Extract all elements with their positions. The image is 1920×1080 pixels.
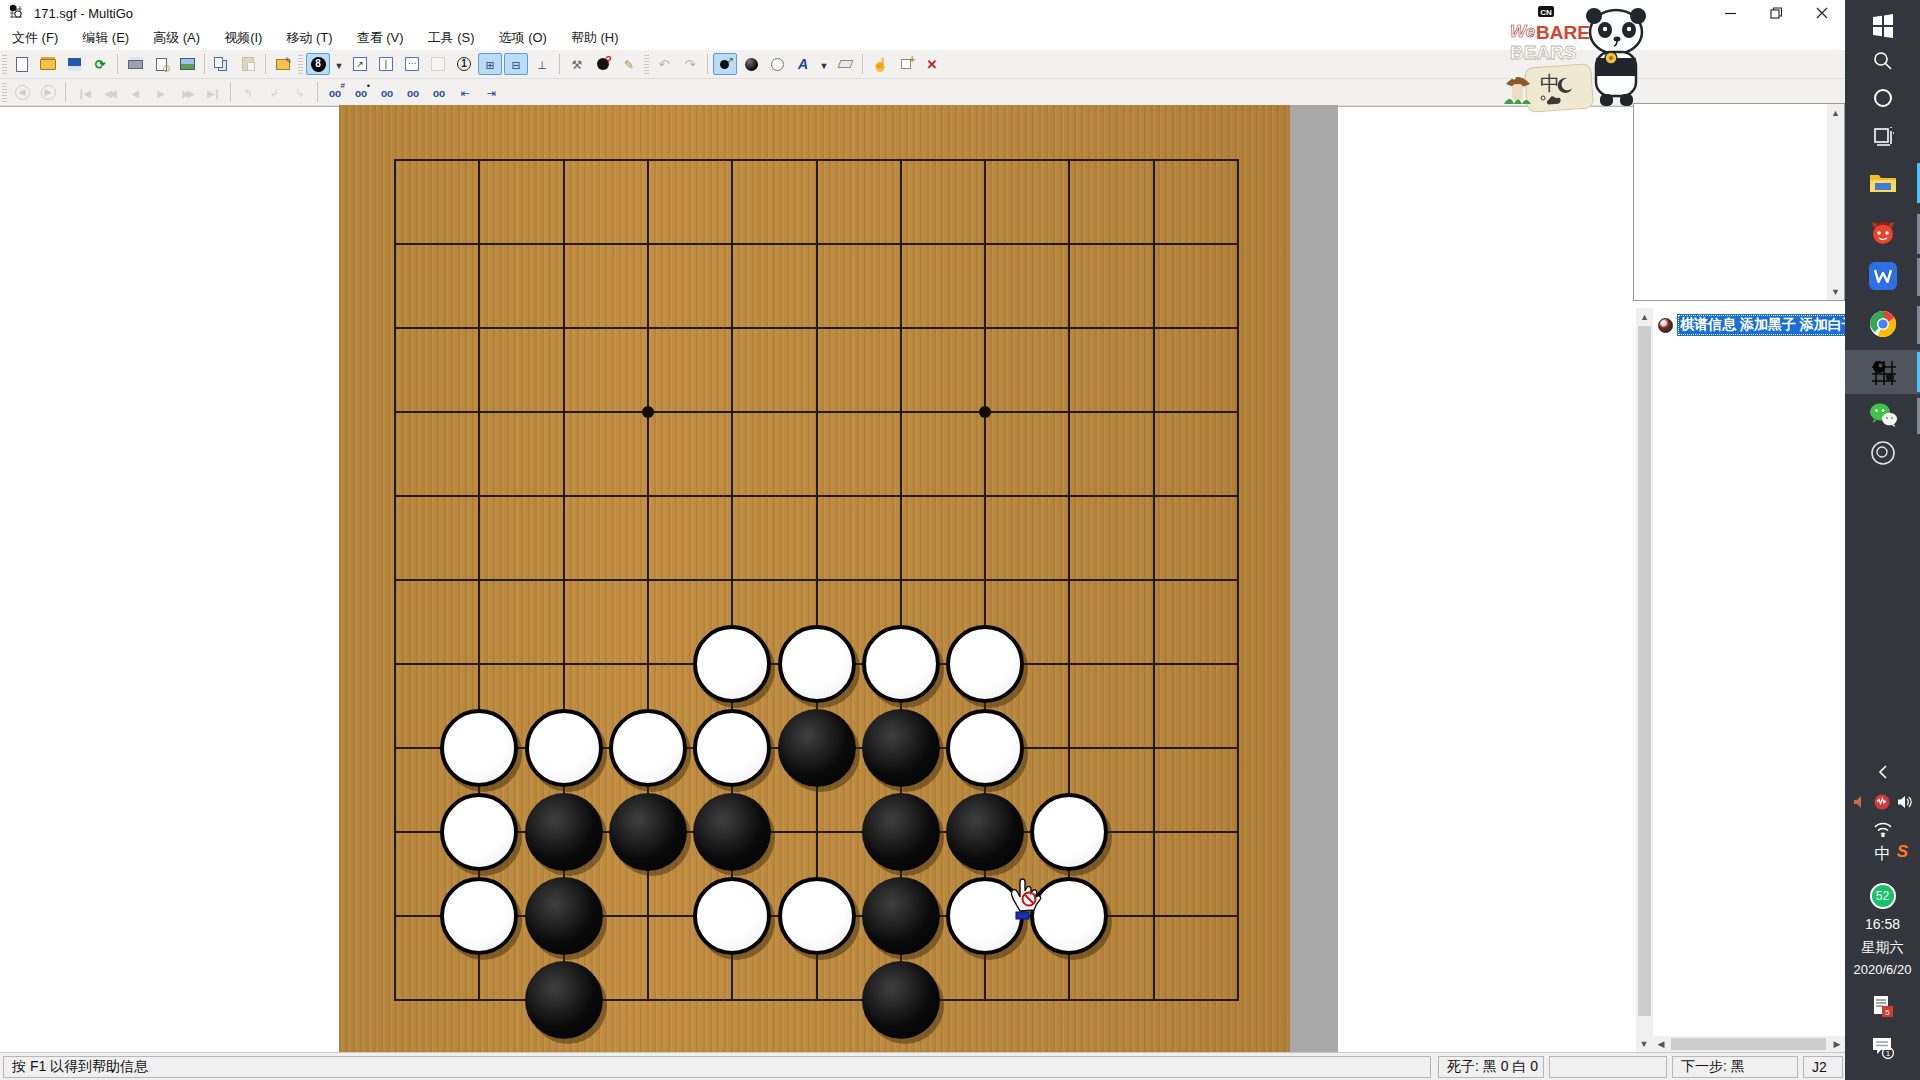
start-button[interactable]: [1845, 10, 1920, 42]
board-grid-line: [394, 999, 1239, 1001]
window-title: 171.sgf - MultiGo: [34, 6, 133, 21]
scroll-up-icon[interactable]: ▲: [1827, 104, 1844, 121]
black-stone[interactable]: [693, 793, 771, 871]
black-stone[interactable]: [525, 877, 603, 955]
menu-item-7[interactable]: 选项 (O): [487, 26, 559, 50]
white-stone[interactable]: [1030, 793, 1108, 871]
black-stone[interactable]: [609, 793, 687, 871]
redo-button[interactable]: ↷: [678, 53, 702, 75]
status-captures: 死子: 黑 0 白 0: [1438, 1056, 1544, 1078]
label-tool[interactable]: A: [791, 53, 815, 75]
star-point: [642, 406, 654, 418]
tray-audio-icons[interactable]: [1845, 790, 1920, 814]
red-speaker-icon: [1853, 795, 1867, 809]
scroll-down-icon[interactable]: ▼: [1636, 1036, 1652, 1052]
menu-item-5[interactable]: 查看 (V): [345, 26, 416, 50]
white-stone[interactable]: [693, 877, 771, 955]
sticker-bare-text: BARE: [1536, 22, 1590, 43]
white-stone[interactable]: [525, 709, 603, 787]
multigo-app-icon: [8, 4, 26, 22]
menu-item-0[interactable]: 文件 (F): [0, 26, 70, 50]
comment-pane[interactable]: ▲ ▼: [1633, 103, 1845, 301]
bare-bears-sticker: CN We BARE BEARS 中: [1498, 6, 1650, 118]
white-stone[interactable]: [440, 793, 518, 871]
close-button[interactable]: [1799, 0, 1845, 26]
white-stone[interactable]: [609, 709, 687, 787]
sticker-we-text: We: [1510, 22, 1535, 41]
add-node-button[interactable]: +: [894, 53, 918, 75]
board-grid-line: [984, 159, 986, 1001]
mouse-cursor-no-drop: [1002, 874, 1048, 926]
black-stone[interactable]: [862, 961, 940, 1039]
pan-tool[interactable]: ☝: [868, 53, 892, 75]
board-edge-shadow: [1290, 105, 1338, 1052]
node-dots-toggle[interactable]: ⋯: [400, 53, 424, 75]
toolbar-separator: [230, 82, 231, 102]
obs-icon[interactable]: [1845, 436, 1920, 470]
toolbar-separator: [298, 54, 303, 74]
white-stone[interactable]: [440, 709, 518, 787]
black-stone[interactable]: [862, 793, 940, 871]
multigo-taskbar-icon[interactable]: [1845, 354, 1920, 390]
tree-hscrollbar[interactable]: ▼ ◀ ▶: [1636, 1036, 1845, 1052]
wifi-icon[interactable]: [1845, 818, 1920, 840]
chat-badge-count: 1: [1885, 1049, 1890, 1058]
tree-org-toggle[interactable]: ⊥: [530, 53, 554, 75]
find-prev-button[interactable]: oo: [401, 81, 425, 103]
one-variation-button[interactable]: 1: [452, 53, 476, 75]
selected-node-label[interactable]: 棋谱信息 添加黑子 添加白子: [1677, 314, 1845, 336]
board-grid-line: [900, 159, 902, 1001]
prev-move-button[interactable]: ◀: [123, 81, 147, 103]
white-stone[interactable]: [693, 625, 771, 703]
status-coordinate: J2: [1803, 1056, 1843, 1078]
new-file-button[interactable]: [10, 53, 34, 75]
move-number-caret[interactable]: ▼: [332, 53, 346, 75]
board-grid-line: [394, 831, 1239, 833]
add-white-tool[interactable]: [765, 53, 789, 75]
minimize-button[interactable]: [1707, 0, 1753, 26]
comment-scrollbar[interactable]: ▲ ▼: [1827, 104, 1844, 300]
like-count-badge[interactable]: 52: [1845, 882, 1920, 910]
toolbar-separator: [862, 54, 863, 74]
black-stone[interactable]: [778, 709, 856, 787]
find-point-button[interactable]: oo•: [349, 81, 373, 103]
find-comment-button[interactable]: oo: [375, 81, 399, 103]
prev-variation-button[interactable]: ↲: [262, 81, 286, 103]
white-stone[interactable]: [946, 709, 1024, 787]
restore-button[interactable]: [1753, 0, 1799, 26]
white-stone[interactable]: [946, 625, 1024, 703]
toolbar-grip: [2, 54, 7, 74]
print-preview-button[interactable]: [149, 53, 173, 75]
status-help: 按 F1 以得到帮助信息: [3, 1056, 1431, 1078]
menu-item-2[interactable]: 高级 (A): [141, 26, 212, 50]
history-forward-button[interactable]: ▶: [36, 81, 60, 103]
menu-item-8[interactable]: 帮助 (H): [559, 26, 631, 50]
cn-logo-text: CN: [1540, 8, 1552, 17]
toolbar-separator: [117, 54, 118, 74]
white-stone[interactable]: [862, 625, 940, 703]
menu-item-1[interactable]: 编辑 (E): [70, 26, 141, 50]
empty-toggle[interactable]: [426, 53, 450, 75]
toolbar-grip: [2, 82, 7, 102]
file-explorer-icon[interactable]: [1845, 166, 1920, 200]
black-stone[interactable]: [525, 961, 603, 1039]
eraser-tool[interactable]: [833, 53, 857, 75]
search-icon[interactable]: [1845, 46, 1920, 76]
move-number-mode-button[interactable]: 8: [306, 53, 330, 75]
prev-marker-button[interactable]: ⇤: [453, 81, 477, 103]
menu-item-3[interactable]: 视频(I): [212, 26, 274, 50]
guess-mode-button[interactable]: ?: [591, 53, 615, 75]
black-stone[interactable]: [946, 793, 1024, 871]
menu-item-4[interactable]: 移动 (T): [274, 26, 344, 50]
variation-bar-toggle[interactable]: ❘: [374, 53, 398, 75]
sogou-input-icon[interactable]: S: [1845, 840, 1920, 864]
open-file-button[interactable]: [36, 53, 60, 75]
clock-time[interactable]: 16:58: [1845, 916, 1920, 932]
undo-button[interactable]: ↶: [652, 53, 676, 75]
go-board[interactable]: [339, 105, 1290, 1052]
action-center-icon[interactable]: 1: [1845, 1032, 1920, 1062]
black-stone[interactable]: [525, 793, 603, 871]
fast-back-button[interactable]: ◀◀: [97, 81, 121, 103]
fox-app-icon[interactable]: [1845, 216, 1920, 250]
tree-root-node[interactable]: 棋谱信息 添加黑子 添加白子: [1656, 314, 1845, 336]
task-view-icon[interactable]: [1845, 120, 1920, 154]
voice-record-icon: [1874, 794, 1890, 810]
toolbar-separator: [265, 54, 266, 74]
next-marker-button[interactable]: ⇥: [479, 81, 503, 103]
find-next-button[interactable]: oo: [427, 81, 451, 103]
fast-forward-button[interactable]: ▶▶: [175, 81, 199, 103]
play-move-tool[interactable]: ↗: [713, 53, 737, 75]
status-next-move: 下一步: 黑: [1672, 1056, 1798, 1078]
paint-button[interactable]: ✎: [617, 53, 641, 75]
export-image-button[interactable]: [175, 53, 199, 75]
scroll-right-icon[interactable]: ▶: [1829, 1036, 1845, 1052]
scroll-left-icon[interactable]: ◀: [1653, 1036, 1669, 1052]
add-black-tool[interactable]: [739, 53, 763, 75]
next-move-button[interactable]: ▶: [149, 81, 173, 103]
game-info-button[interactable]: ✎: [271, 53, 295, 75]
white-stone[interactable]: [778, 625, 856, 703]
star-point: [979, 406, 991, 418]
board-grid-line: [1068, 159, 1070, 1001]
tree-vscrollbar[interactable]: ▲: [1636, 308, 1653, 1036]
speaker-icon: [1897, 794, 1913, 810]
copy-button[interactable]: [210, 53, 234, 75]
board-grid-line: [394, 579, 1239, 581]
clock-date[interactable]: 2020/6/20: [1845, 962, 1920, 977]
status-bar: 按 F1 以得到帮助信息 死子: 黑 0 白 0 下一步: 黑 J2: [0, 1052, 1845, 1080]
paste-button[interactable]: [236, 53, 260, 75]
sticker-bears-text: BEARS: [1510, 42, 1577, 63]
up-variation-button[interactable]: ↰: [236, 81, 260, 103]
find-move-number-button[interactable]: oo#: [323, 81, 347, 103]
toolbar-separator: [559, 54, 560, 74]
scroll-up-icon[interactable]: ▲: [1636, 308, 1653, 325]
tree-compact-toggle[interactable]: ⊟: [504, 53, 528, 75]
tree-split-toggle[interactable]: ⊞: [478, 53, 502, 75]
tray-expand-chevron-icon[interactable]: [1845, 760, 1920, 784]
chrome-icon[interactable]: [1845, 308, 1920, 340]
delete-node-button[interactable]: ✕: [920, 53, 944, 75]
reload-button[interactable]: ⟳: [88, 53, 112, 75]
scroll-down-icon[interactable]: ▼: [1827, 283, 1844, 300]
doc-badge-count: 5: [1885, 1008, 1890, 1017]
toolbar-separator: [317, 82, 318, 102]
last-move-button[interactable]: ▶❙: [201, 81, 225, 103]
document-notification-icon[interactable]: 5: [1845, 992, 1920, 1020]
toolbar-separator: [707, 54, 708, 74]
banner-char: 中: [1540, 72, 1560, 94]
board-grid-line: [1153, 159, 1155, 1001]
wechat-icon[interactable]: [1845, 398, 1920, 432]
root-node-icon: [1658, 318, 1673, 333]
cortana-icon[interactable]: [1845, 82, 1920, 114]
white-stone[interactable]: [778, 877, 856, 955]
first-move-button[interactable]: ❙◀: [71, 81, 95, 103]
print-button[interactable]: [123, 53, 147, 75]
menu-item-6[interactable]: 工具 (S): [416, 26, 487, 50]
history-back-button[interactable]: ◀: [10, 81, 34, 103]
clock-weekday[interactable]: 星期六: [1845, 939, 1920, 957]
board-grid-line: [1237, 159, 1239, 1001]
next-move-marker-toggle[interactable]: ↗: [348, 53, 372, 75]
tools-button[interactable]: ⚒: [565, 53, 589, 75]
save-button[interactable]: [62, 53, 86, 75]
white-stone[interactable]: [693, 709, 771, 787]
label-caret[interactable]: ▼: [817, 53, 831, 75]
status-empty: [1549, 1056, 1667, 1078]
black-stone[interactable]: [862, 877, 940, 955]
taskbar: 中 S 52 16:58 星期六 2020/6/20 5 1: [1845, 0, 1920, 1080]
wps-office-icon[interactable]: [1845, 260, 1920, 292]
toolbar-separator: [644, 54, 649, 74]
toolbar-separator: [204, 54, 205, 74]
toolbar-separator: [65, 82, 66, 102]
white-stone[interactable]: [440, 877, 518, 955]
black-stone[interactable]: [862, 709, 940, 787]
screen: { "window": { "title": "171.sgf - MultiG…: [0, 0, 1920, 1080]
next-variation-button[interactable]: ↳: [288, 81, 312, 103]
